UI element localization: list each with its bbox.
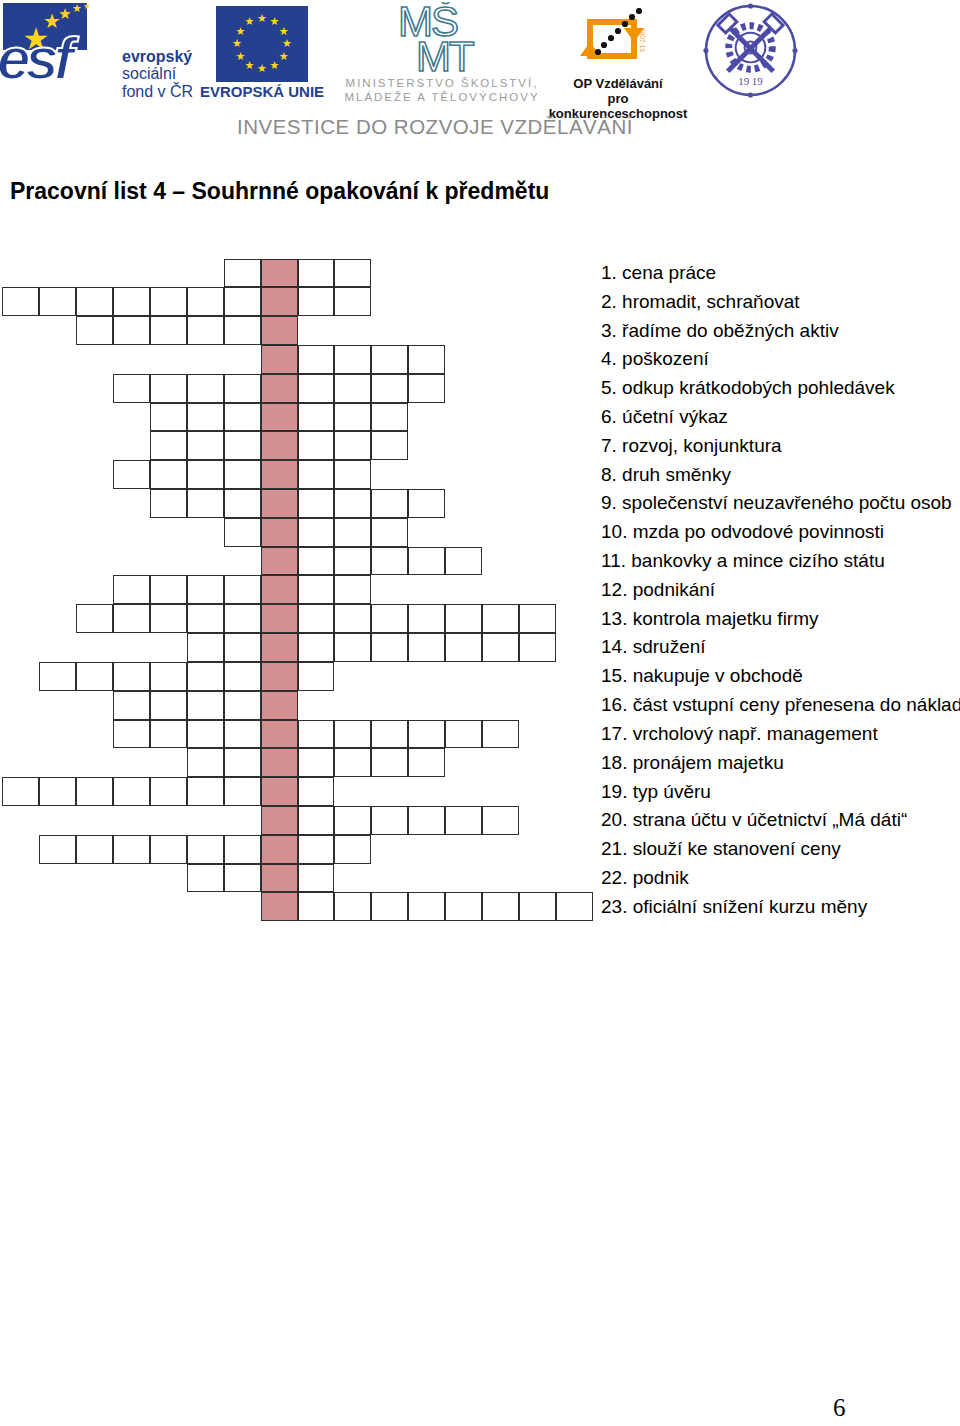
answer-cell-r23c14[interactable] xyxy=(482,892,519,921)
answer-cell-r14c15[interactable] xyxy=(519,633,556,662)
answer-cell-r18c11[interactable] xyxy=(371,748,408,777)
clue-8: 8. druh směnky xyxy=(601,460,960,489)
answer-cell-r15c7[interactable] xyxy=(224,662,261,691)
answer-cell-r16c7[interactable] xyxy=(224,691,261,720)
star-icon: ★ xyxy=(58,6,71,21)
answer-cell-r13c5[interactable] xyxy=(150,604,187,633)
answer-cell-r15c3[interactable] xyxy=(76,662,113,691)
clue-3: 3. řadíme do oběžných aktiv xyxy=(601,316,960,345)
answer-cell-r4c10[interactable] xyxy=(334,345,371,374)
answer-cell-r19c6[interactable] xyxy=(187,777,224,806)
answer-cell-r13c3[interactable] xyxy=(76,604,113,633)
answer-cell-r5c9[interactable] xyxy=(298,374,335,403)
answer-cell-r12c5[interactable] xyxy=(150,575,187,604)
investice-slogan: INVESTICE DO ROZVOJE VZDĚLÁVÁNÍ xyxy=(237,115,633,139)
clue-11: 11. bankovky a mince cizího státu xyxy=(601,547,960,576)
answer-cell-r17c6[interactable] xyxy=(187,720,224,749)
clue-10: 10. mzda po odvodové povinnosti xyxy=(601,518,960,547)
answer-cell-r11c9[interactable] xyxy=(298,547,335,576)
clue-13: 13. kontrola majetku firmy xyxy=(601,604,960,633)
clue-7: 7. rozvoj, konjunktura xyxy=(601,431,960,460)
star-icon: ★ xyxy=(279,25,289,36)
answer-cell-r23c13[interactable] xyxy=(445,892,482,921)
answer-cell-r13c6[interactable] xyxy=(187,604,224,633)
answer-cell-r7c6[interactable] xyxy=(187,431,224,460)
answer-cell-r19c5[interactable] xyxy=(150,777,187,806)
answer-cell-r19c2[interactable] xyxy=(39,777,76,806)
answer-cell-r5c11[interactable] xyxy=(371,374,408,403)
clue-list: 1. cena práce2. hromadit, schraňovat3. ř… xyxy=(601,259,960,922)
solution-cell-r21[interactable] xyxy=(261,835,298,864)
answer-cell-r10c11[interactable] xyxy=(371,518,408,547)
answer-cell-r17c9[interactable] xyxy=(298,720,335,749)
solution-cell-r3[interactable] xyxy=(261,316,298,345)
school-emblem-icon: 19 19 xyxy=(702,2,799,99)
answer-cell-r5c10[interactable] xyxy=(334,374,371,403)
esf-caption-line1: evropský xyxy=(122,49,193,66)
star-icon: ★ xyxy=(245,16,255,27)
answer-cell-r7c10[interactable] xyxy=(334,431,371,460)
msmt-caption-line2: MLÁDEŽE A TĚLOVÝCHOVY xyxy=(336,91,548,105)
clue-18: 18. pronájem majetku xyxy=(601,748,960,777)
answer-cell-r13c10[interactable] xyxy=(334,604,371,633)
answer-cell-r3c4[interactable] xyxy=(113,316,150,345)
answer-cell-r11c11[interactable] xyxy=(371,547,408,576)
opvk-caption-line1: OP Vzdělávání xyxy=(540,76,696,91)
star-icon: ★ xyxy=(245,59,255,70)
esf-caption-line3: fond v ČR xyxy=(122,84,193,101)
answer-cell-r21c2[interactable] xyxy=(39,835,76,864)
answer-cell-r10c9[interactable] xyxy=(298,518,335,547)
solution-cell-r6[interactable] xyxy=(261,403,298,432)
answer-cell-r18c10[interactable] xyxy=(334,748,371,777)
eu-label: EVROPSKÁ UNIE xyxy=(196,83,328,100)
answer-cell-r12c9[interactable] xyxy=(298,575,335,604)
msmt-logo-icon: MŠ MT xyxy=(388,2,490,74)
answer-cell-r19c1[interactable] xyxy=(2,777,39,806)
answer-cell-r3c7[interactable] xyxy=(224,316,261,345)
answer-cell-r22c6[interactable] xyxy=(187,864,224,893)
answer-cell-r2c7[interactable] xyxy=(224,287,261,316)
answer-cell-r13c9[interactable] xyxy=(298,604,335,633)
answer-cell-r20c14[interactable] xyxy=(482,806,519,835)
answer-cell-r21c5[interactable] xyxy=(150,835,187,864)
star-icon: ★ xyxy=(257,13,267,24)
answer-cell-r17c14[interactable] xyxy=(482,720,519,749)
svg-text:2007-13: 2007-13 xyxy=(639,28,646,52)
msmt-caption: MINISTERSTVO ŠKOLSTVÍ, MLÁDEŽE A TĚLOVÝC… xyxy=(336,77,548,104)
answer-cell-r9c6[interactable] xyxy=(187,489,224,518)
star-icon: ★ xyxy=(270,59,280,70)
answer-cell-r18c7[interactable] xyxy=(224,748,261,777)
answer-cell-r17c11[interactable] xyxy=(371,720,408,749)
answer-cell-r16c6[interactable] xyxy=(187,691,224,720)
answer-cell-r2c6[interactable] xyxy=(187,287,224,316)
answer-cell-r6c10[interactable] xyxy=(334,403,371,432)
answer-cell-r14c6[interactable] xyxy=(187,633,224,662)
solution-cell-r1[interactable] xyxy=(261,259,298,288)
answer-cell-r1c9[interactable] xyxy=(298,259,335,288)
solution-cell-r18[interactable] xyxy=(261,748,298,777)
clue-9: 9. společenství neuzavřeného počtu osob xyxy=(601,489,960,518)
answer-cell-r11c13[interactable] xyxy=(445,547,482,576)
answer-cell-r10c7[interactable] xyxy=(224,518,261,547)
clue-22: 22. podnik xyxy=(601,864,960,893)
answer-cell-r18c9[interactable] xyxy=(298,748,335,777)
solution-cell-r12[interactable] xyxy=(261,575,298,604)
answer-cell-r21c4[interactable] xyxy=(113,835,150,864)
answer-cell-r17c7[interactable] xyxy=(224,720,261,749)
solution-cell-r15[interactable] xyxy=(261,662,298,691)
answer-cell-r21c10[interactable] xyxy=(334,835,371,864)
answer-cell-r22c7[interactable] xyxy=(224,864,261,893)
answer-cell-r12c7[interactable] xyxy=(224,575,261,604)
clue-23: 23. oficiální snížení kurzu měny xyxy=(601,892,960,921)
answer-cell-r5c7[interactable] xyxy=(224,374,261,403)
answer-cell-r13c4[interactable] xyxy=(113,604,150,633)
solution-cell-r11[interactable] xyxy=(261,547,298,576)
answer-cell-r13c11[interactable] xyxy=(371,604,408,633)
clue-4: 4. poškození xyxy=(601,345,960,374)
star-icon: ★ xyxy=(83,2,91,11)
answer-cell-r8c5[interactable] xyxy=(150,460,187,489)
clue-5: 5. odkup krátkodobých pohledávek xyxy=(601,374,960,403)
answer-cell-r13c15[interactable] xyxy=(519,604,556,633)
star-icon: ★ xyxy=(282,38,292,49)
answer-cell-r6c5[interactable] xyxy=(150,403,187,432)
solution-cell-r2[interactable] xyxy=(261,287,298,316)
answer-cell-r15c6[interactable] xyxy=(187,662,224,691)
answer-cell-r13c7[interactable] xyxy=(224,604,261,633)
answer-cell-r9c12[interactable] xyxy=(408,489,445,518)
clue-6: 6. účetní výkaz xyxy=(601,403,960,432)
clue-15: 15. nakupuje v obchodě xyxy=(601,662,960,691)
solution-cell-r20[interactable] xyxy=(261,806,298,835)
clue-17: 17. vrcholový např. management xyxy=(601,720,960,749)
answer-cell-r1c10[interactable] xyxy=(334,259,371,288)
answer-cell-r11c12[interactable] xyxy=(408,547,445,576)
answer-cell-r8c4[interactable] xyxy=(113,460,150,489)
answer-cell-r2c2[interactable] xyxy=(39,287,76,316)
answer-cell-r14c12[interactable] xyxy=(408,633,445,662)
answer-cell-r8c7[interactable] xyxy=(224,460,261,489)
answer-cell-r17c10[interactable] xyxy=(334,720,371,749)
star-icon: ★ xyxy=(235,50,245,61)
answer-cell-r17c5[interactable] xyxy=(150,720,187,749)
answer-cell-r23c12[interactable] xyxy=(408,892,445,921)
clue-12: 12. podnikání xyxy=(601,575,960,604)
answer-cell-r8c6[interactable] xyxy=(187,460,224,489)
solution-cell-r4[interactable] xyxy=(261,345,298,374)
answer-cell-r4c11[interactable] xyxy=(371,345,408,374)
answer-cell-r11c10[interactable] xyxy=(334,547,371,576)
answer-cell-r19c3[interactable] xyxy=(76,777,113,806)
esf-wordmark: esf xyxy=(0,29,69,89)
answer-cell-r3c5[interactable] xyxy=(150,316,187,345)
answer-cell-r13c12[interactable] xyxy=(408,604,445,633)
answer-cell-r6c11[interactable] xyxy=(371,403,408,432)
answer-cell-r14c13[interactable] xyxy=(445,633,482,662)
answer-cell-r8c9[interactable] xyxy=(298,460,335,489)
solution-cell-r17[interactable] xyxy=(261,720,298,749)
answer-cell-r23c10[interactable] xyxy=(334,892,371,921)
answer-cell-r15c2[interactable] xyxy=(39,662,76,691)
answer-cell-r5c6[interactable] xyxy=(187,374,224,403)
solution-cell-r5[interactable] xyxy=(261,374,298,403)
answer-cell-r6c9[interactable] xyxy=(298,403,335,432)
solution-cell-r14[interactable] xyxy=(261,633,298,662)
crossword-grid xyxy=(2,259,593,922)
esf-caption-line2: sociální xyxy=(122,66,193,83)
answer-cell-r20c10[interactable] xyxy=(334,806,371,835)
answer-cell-r16c4[interactable] xyxy=(113,691,150,720)
answer-cell-r6c7[interactable] xyxy=(224,403,261,432)
clue-1: 1. cena práce xyxy=(601,259,960,288)
answer-cell-r19c9[interactable] xyxy=(298,777,335,806)
answer-cell-r7c11[interactable] xyxy=(371,431,408,460)
answer-cell-r17c12[interactable] xyxy=(408,720,445,749)
solution-cell-r10[interactable] xyxy=(261,518,298,547)
answer-cell-r20c12[interactable] xyxy=(408,806,445,835)
answer-cell-r23c11[interactable] xyxy=(371,892,408,921)
answer-cell-r1c7[interactable] xyxy=(224,259,261,288)
answer-cell-r9c9[interactable] xyxy=(298,489,335,518)
page-number: 6 xyxy=(833,1394,846,1422)
answer-cell-r9c7[interactable] xyxy=(224,489,261,518)
opvk-logo-icon: 2007-13 xyxy=(576,8,656,70)
star-icon: ★ xyxy=(232,38,242,49)
answer-cell-r14c14[interactable] xyxy=(482,633,519,662)
msmt-caption-line1: MINISTERSTVO ŠKOLSTVÍ, xyxy=(336,77,548,91)
answer-cell-r2c10[interactable] xyxy=(334,287,371,316)
answer-cell-r18c12[interactable] xyxy=(408,748,445,777)
answer-cell-r14c10[interactable] xyxy=(334,633,371,662)
answer-cell-r5c12[interactable] xyxy=(408,374,445,403)
answer-cell-r13c14[interactable] xyxy=(482,604,519,633)
answer-cell-r14c11[interactable] xyxy=(371,633,408,662)
solution-cell-r13[interactable] xyxy=(261,604,298,633)
answer-cell-r16c5[interactable] xyxy=(150,691,187,720)
answer-cell-r3c3[interactable] xyxy=(76,316,113,345)
answer-cell-r21c9[interactable] xyxy=(298,835,335,864)
answer-cell-r15c9[interactable] xyxy=(298,662,335,691)
solution-cell-r8[interactable] xyxy=(261,460,298,489)
answer-cell-r2c4[interactable] xyxy=(113,287,150,316)
answer-cell-r4c12[interactable] xyxy=(408,345,445,374)
svg-text:19 19: 19 19 xyxy=(738,75,762,87)
answer-cell-r19c7[interactable] xyxy=(224,777,261,806)
answer-cell-r7c9[interactable] xyxy=(298,431,335,460)
clue-20: 20. strana účtu v účetnictví „Má dáti“ xyxy=(601,806,960,835)
answer-cell-r15c5[interactable] xyxy=(150,662,187,691)
answer-cell-r12c4[interactable] xyxy=(113,575,150,604)
answer-cell-r23c15[interactable] xyxy=(519,892,556,921)
clue-16: 16. část vstupní ceny přenesena do nákla… xyxy=(601,691,960,720)
answer-cell-r19c4[interactable] xyxy=(113,777,150,806)
answer-cell-r12c6[interactable] xyxy=(187,575,224,604)
answer-cell-r12c10[interactable] xyxy=(334,575,371,604)
answer-cell-r7c7[interactable] xyxy=(224,431,261,460)
answer-cell-r20c13[interactable] xyxy=(445,806,482,835)
answer-cell-r17c13[interactable] xyxy=(445,720,482,749)
clue-21: 21. slouží ke stanovení ceny xyxy=(601,835,960,864)
answer-cell-r21c6[interactable] xyxy=(187,835,224,864)
answer-cell-r13c13[interactable] xyxy=(445,604,482,633)
solution-cell-r19[interactable] xyxy=(261,777,298,806)
answer-cell-r20c9[interactable] xyxy=(298,806,335,835)
svg-text:MT: MT xyxy=(416,33,474,74)
answer-cell-r14c9[interactable] xyxy=(298,633,335,662)
star-icon: ★ xyxy=(72,3,82,14)
answer-cell-r23c9[interactable] xyxy=(298,892,335,921)
solution-cell-r22[interactable] xyxy=(261,864,298,893)
answer-cell-r5c5[interactable] xyxy=(150,374,187,403)
answer-cell-r5c4[interactable] xyxy=(113,374,150,403)
answer-cell-r3c6[interactable] xyxy=(187,316,224,345)
clue-14: 14. sdružení xyxy=(601,633,960,662)
answer-cell-r2c1[interactable] xyxy=(2,287,39,316)
answer-cell-r9c11[interactable] xyxy=(371,489,408,518)
answer-cell-r2c3[interactable] xyxy=(76,287,113,316)
clue-2: 2. hromadit, schraňovat xyxy=(601,287,960,316)
solution-cell-r16[interactable] xyxy=(261,691,298,720)
answer-cell-r6c6[interactable] xyxy=(187,403,224,432)
answer-cell-r21c7[interactable] xyxy=(224,835,261,864)
answer-cell-r22c9[interactable] xyxy=(298,864,335,893)
clue-19: 19. typ úvěru xyxy=(601,777,960,806)
answer-cell-r15c4[interactable] xyxy=(113,662,150,691)
solution-cell-r7[interactable] xyxy=(261,431,298,460)
answer-cell-r18c6[interactable] xyxy=(187,748,224,777)
esf-caption: evropský sociální fond v ČR xyxy=(122,49,193,101)
answer-cell-r9c5[interactable] xyxy=(150,489,187,518)
star-icon: ★ xyxy=(279,50,289,61)
answer-cell-r4c9[interactable] xyxy=(298,345,335,374)
esf-logo: ★★★★★ esf evropský sociální fond v ČR xyxy=(3,3,213,103)
answer-cell-r9c10[interactable] xyxy=(334,489,371,518)
eu-flag-icon: ★★★★★★★★★★★★ xyxy=(216,6,308,82)
answer-cell-r2c5[interactable] xyxy=(150,287,187,316)
answer-cell-r2c9[interactable] xyxy=(298,287,335,316)
star-icon: ★ xyxy=(257,63,267,74)
solution-cell-r9[interactable] xyxy=(261,489,298,518)
answer-cell-r8c10[interactable] xyxy=(334,460,371,489)
answer-cell-r21c3[interactable] xyxy=(76,835,113,864)
answer-cell-r17c4[interactable] xyxy=(113,720,150,749)
answer-cell-r14c7[interactable] xyxy=(224,633,261,662)
page-title: Pracovní list 4 – Souhrnné opakování k p… xyxy=(10,178,549,205)
answer-cell-r10c10[interactable] xyxy=(334,518,371,547)
answer-cell-r7c5[interactable] xyxy=(150,431,187,460)
solution-cell-r23[interactable] xyxy=(261,892,298,921)
answer-cell-r23c16[interactable] xyxy=(556,892,593,921)
answer-cell-r20c11[interactable] xyxy=(371,806,408,835)
